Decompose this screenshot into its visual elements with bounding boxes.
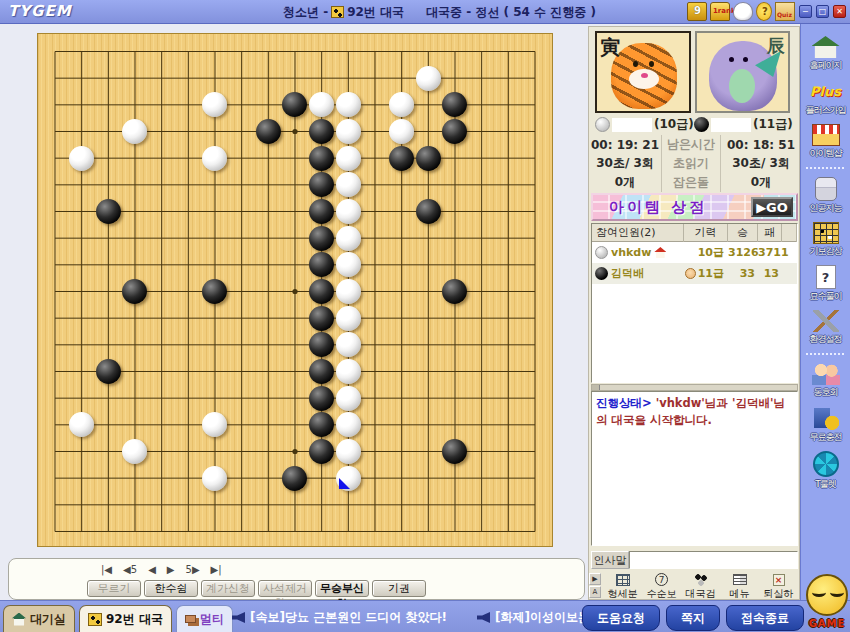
white-stone <box>202 92 227 117</box>
sidebar-item-club[interactable]: 동호회 <box>806 363 846 399</box>
black-stone <box>309 412 334 437</box>
participants-header: 참여인원(2) 기력 승 패 <box>592 224 797 242</box>
participants-table: 참여인원(2) 기력 승 패 vhkdw 10급 3126 3711 <box>591 223 798 383</box>
white-stone <box>336 306 361 331</box>
chat-status-prefix: 진행상태> <box>596 396 652 410</box>
black-stone <box>416 199 441 224</box>
participant-wins: 33 <box>728 267 758 280</box>
sidebar-item-label: 묘수풀이 <box>806 290 846 303</box>
action-buttons: 무르기한수쉼계가신청사석제거취소무승부신청기권 <box>87 580 426 597</box>
black-stone <box>309 199 334 224</box>
participant-name: 김덕배 <box>611 266 644 281</box>
sidebar-item-shop[interactable]: 아이템샵 <box>806 124 846 160</box>
item-shop-banner[interactable]: 아이템 상점 ▶GO <box>591 193 798 221</box>
action-undo[interactable]: 무르기 <box>87 580 141 597</box>
black-stone-icon <box>694 117 709 132</box>
game-status: 대국중 - 정선 ( 54 수 진행중 ) <box>426 5 596 19</box>
grid-icon <box>616 574 630 586</box>
greeting-row: 인사말 <box>591 551 798 569</box>
white-stone <box>309 92 334 117</box>
sidebar-item-home[interactable]: 홈페이지 <box>806 36 846 72</box>
nav-last[interactable]: ▶| <box>211 564 222 575</box>
sidebar-item-plus[interactable]: Plus플러스가입 <box>806 79 846 117</box>
club-icon <box>812 363 840 385</box>
game-logo-text: GAME <box>804 618 850 629</box>
black-stone <box>309 306 334 331</box>
dragon-zodiac-hanja: 辰 <box>767 34 785 58</box>
toolbar-leave[interactable]: ×퇴실하기 <box>759 571 798 601</box>
toolbar-menu[interactable]: 메뉴 <box>720 571 759 601</box>
nav-forward-5[interactable]: 5▶ <box>186 564 200 575</box>
tab-waiting-room[interactable]: 대기실 <box>3 605 75 632</box>
shop-icon <box>812 124 840 146</box>
help-request-button[interactable]: 도움요청 <box>582 605 660 631</box>
chat-input[interactable] <box>629 551 798 569</box>
action-draw-request[interactable]: 무승부신청 <box>315 580 369 597</box>
board-icon <box>331 6 344 18</box>
white-stone <box>69 412 94 437</box>
title-bar: TYGEM 청소년 -92번 대국대국중 - 정선 ( 54 수 진행중 ) 9… <box>0 0 850 24</box>
white-stone <box>122 439 147 464</box>
home-tab-icon <box>12 613 26 626</box>
menu-icon <box>733 574 747 585</box>
tab-label: 대기실 <box>30 611 66 628</box>
white-stone <box>336 332 361 357</box>
white-stone <box>416 66 441 91</box>
sidebar-item-label: 환경설정 <box>806 333 846 346</box>
action-pass[interactable]: 한수쉼 <box>144 580 198 597</box>
rank-podium-icon[interactable]: 9 <box>687 2 707 21</box>
quick-menu-sidebar: 홈페이지Plus플러스가입아이템샵인공지능기보감상?묘수풀이환경설정동호회무료충… <box>800 24 850 600</box>
white-stone <box>202 466 227 491</box>
megaphone-icon <box>477 612 490 623</box>
multi-tab-icon <box>185 615 196 623</box>
action-count-request[interactable]: 계가신청 <box>201 580 255 597</box>
sidebar-item-label: 홈페이지 <box>806 59 846 72</box>
sidebar-divider <box>806 353 844 355</box>
panel-splitter[interactable] <box>591 384 798 391</box>
black-stone <box>442 92 467 117</box>
tygem-game-window: TYGEM 청소년 -92번 대국대국중 - 정선 ( 54 수 진행중 ) 9… <box>0 0 850 632</box>
greeting-button[interactable]: 인사말 <box>591 551 629 569</box>
toolbar-label: 메뉴 <box>720 587 759 601</box>
white-stone <box>336 439 361 464</box>
black-stone <box>309 226 334 251</box>
black-captures: 0개 <box>721 174 801 191</box>
sidebar-item-tsumego[interactable]: ?묘수풀이 <box>806 265 846 303</box>
sidebar-item-roulette[interactable]: T룰렛 <box>806 451 846 491</box>
white-player-name <box>612 118 652 132</box>
black-stone <box>122 279 147 304</box>
white-stone <box>336 466 361 491</box>
participant-losses: 3711 <box>758 246 782 259</box>
participant-row-white[interactable]: vhkdw 10급 3126 3711 <box>592 242 797 263</box>
note-button[interactable]: 쪽지 <box>666 605 720 631</box>
black-stone <box>442 279 467 304</box>
news-ticker-text: [속보]당뇨 근본원인 드디어 찾았다! <box>250 609 447 626</box>
toolbar-analysis[interactable]: 형세분석 <box>603 571 642 601</box>
participant-name: vhkdw <box>611 246 651 259</box>
black-stone <box>309 146 334 171</box>
black-stone <box>96 199 121 224</box>
sidebar-item-label: 무료충전 <box>806 431 846 444</box>
mini-button-1[interactable]: A <box>589 586 601 598</box>
charge-icon <box>812 406 840 430</box>
roulette-icon <box>813 451 839 477</box>
white-stone <box>336 359 361 384</box>
black-stone <box>309 359 334 384</box>
sidebar-divider <box>806 167 844 169</box>
rank-trophy-icon[interactable]: 1rank <box>710 2 730 21</box>
black-player-name <box>711 118 751 132</box>
black-stone <box>309 279 334 304</box>
white-stone <box>122 119 147 144</box>
tab-label: 멀티 <box>200 611 224 628</box>
taskbar-tabs: 대기실92번 대국멀티 <box>3 605 233 632</box>
white-time: 00: 19: 21 <box>589 138 661 152</box>
black-stone <box>442 119 467 144</box>
header-rank: 기력 <box>684 224 728 242</box>
time-label: 남은시간 <box>661 135 721 154</box>
black-stone <box>256 119 281 144</box>
header-wins: 승 <box>728 224 758 242</box>
sidebar-item-charge[interactable]: 무료충전 <box>806 406 846 444</box>
game-smiley-icon[interactable]: GAME <box>804 574 850 632</box>
nav-back-5[interactable]: ◀5 <box>123 564 137 575</box>
sidebar-item-ai[interactable]: 인공지능 <box>806 177 846 215</box>
ai-icon <box>815 177 837 201</box>
tab-game-room[interactable]: 92번 대국 <box>79 605 172 632</box>
white-byoyomi: 30초/ 3회 <box>589 155 661 172</box>
exit-icon: × <box>773 574 785 586</box>
white-captures: 0개 <box>589 174 661 191</box>
black-stone <box>309 386 334 411</box>
sidebar-item-tools[interactable]: 환경설정 <box>806 310 846 346</box>
white-stone <box>336 119 361 144</box>
black-time: 00: 18: 51 <box>721 138 801 152</box>
white-stone <box>336 92 361 117</box>
maximize-button[interactable]: □ <box>816 5 829 18</box>
disconnect-button[interactable]: 접속종료 <box>726 605 804 631</box>
nav-back[interactable]: ◀ <box>148 564 156 575</box>
last-move-marker <box>339 478 350 489</box>
black-player-rank: (11급) <box>753 116 793 133</box>
black-stone <box>309 439 334 464</box>
black-stone <box>416 146 441 171</box>
room-name: 92번 대국 <box>347 5 404 19</box>
game-info-panel: 寅 辰 (10급) (11급) <box>588 26 800 600</box>
white-stone <box>336 386 361 411</box>
action-resign[interactable]: 기권 <box>372 580 426 597</box>
clock-panel: 00: 19: 21 남은시간 00: 18: 51 30초/ 3회 초읽기 3… <box>589 135 801 192</box>
stones-icon <box>694 574 708 586</box>
participant-rank: 11급 <box>698 266 724 281</box>
sidebar-item-gibo[interactable]: 기보감상 <box>806 222 846 258</box>
white-stone <box>336 252 361 277</box>
white-stone <box>336 226 361 251</box>
header-losses: 패 <box>758 224 782 242</box>
chat-log[interactable]: 진행상태> 'vhkdw'님과 '김덕배'님의 대국을 시작합니다. <box>591 391 798 546</box>
quiz-bulb-icon[interactable]: ? <box>756 2 772 21</box>
black-stone-icon <box>595 267 608 280</box>
white-stone <box>202 412 227 437</box>
white-stone <box>202 146 227 171</box>
participant-row-black[interactable]: 김덕배 11급 33 13 <box>592 263 797 284</box>
control-panel: |◀◀5◀▶5▶▶| 무르기한수쉼계가신청사석제거취소무승부신청기권 <box>8 558 585 600</box>
header-participants: 참여인원(2) <box>592 224 684 242</box>
taskbar: 대기실92번 대국멀티 [속보]당뇨 근본원인 드디어 찾았다![화제]이성이보… <box>0 600 850 632</box>
news-ticker: [속보]당뇨 근본원인 드디어 찾았다![화제]이성이보는 나의점: <box>232 609 635 626</box>
minimize-button[interactable]: ─ <box>799 5 812 18</box>
player-name-row: (10급) (11급) <box>589 116 801 134</box>
white-stone <box>389 92 414 117</box>
quiz-mail-icon[interactable]: Quiz <box>775 2 795 21</box>
item-shop-go-button[interactable]: ▶GO <box>751 197 793 217</box>
white-stone <box>389 119 414 144</box>
white-stone-icon <box>595 246 608 259</box>
tools-icon <box>813 310 839 332</box>
sidebar-item-label: 인공지능 <box>806 202 846 215</box>
gibo-icon <box>813 222 839 244</box>
toolbar-move-view[interactable]: 7수순보기 <box>642 571 681 601</box>
window-title: 청소년 -92번 대국대국중 - 정선 ( 54 수 진행중 ) <box>283 4 596 21</box>
byoyomi-label: 초읽기 <box>661 154 721 173</box>
tab-label: 92번 대국 <box>106 611 163 628</box>
mouse-character-icon[interactable] <box>733 2 753 21</box>
black-stone <box>309 172 334 197</box>
home-icon <box>812 36 840 58</box>
mini-buttons: ▶A <box>589 571 603 601</box>
sidebar-item-label: 아이템샵 <box>806 147 846 160</box>
nav-forward[interactable]: ▶ <box>167 564 175 575</box>
participant-wins: 3126 <box>728 246 758 259</box>
titlebar-tray: 9 1rank ? Quiz ─ □ ✕ <box>687 2 846 21</box>
black-stone <box>309 252 334 277</box>
sidebar-item-label: 동호회 <box>806 386 846 399</box>
black-stone <box>442 439 467 464</box>
sidebar-item-label: 기보감상 <box>806 245 846 258</box>
black-stone <box>282 92 307 117</box>
white-player-avatar: 寅 <box>595 31 691 113</box>
close-button[interactable]: ✕ <box>833 5 846 18</box>
news-ticker-item[interactable]: [속보]당뇨 근본원인 드디어 찾았다! <box>232 609 447 626</box>
goban-stones <box>38 34 554 548</box>
tsumego-icon: ? <box>816 265 836 289</box>
black-player-avatar: 辰 <box>695 31 790 113</box>
black-stone <box>309 332 334 357</box>
action-dead-stone-cancel[interactable]: 사석제거취소 <box>258 580 312 597</box>
room-category: 청소년 - <box>283 5 328 19</box>
house-icon <box>654 247 666 258</box>
goban[interactable] <box>37 33 553 547</box>
black-byoyomi: 30초/ 3회 <box>721 155 801 172</box>
black-stone <box>96 359 121 384</box>
black-stone <box>202 279 227 304</box>
tiger-avatar-art <box>611 43 677 109</box>
white-stone <box>336 199 361 224</box>
seven-icon: 7 <box>655 573 668 586</box>
black-stone <box>282 466 307 491</box>
sidebar-item-label: 플러스가입 <box>806 104 846 117</box>
black-stone <box>389 146 414 171</box>
item-shop-title: 아이템 상점 <box>609 198 707 217</box>
white-stone <box>336 279 361 304</box>
megaphone-icon <box>232 612 245 623</box>
white-stone <box>69 146 94 171</box>
board-tab-icon <box>88 613 102 626</box>
move-navigation: |◀◀5◀▶5▶▶| <box>101 564 222 575</box>
plus-icon: Plus <box>812 79 840 103</box>
mini-button-0[interactable]: ▶ <box>589 573 601 585</box>
captures-label: 잡은돌 <box>661 173 721 192</box>
white-stone <box>336 146 361 171</box>
white-stone <box>336 412 361 437</box>
bottom-toolbar: ▶A 형세분석7수순보기대국검토메뉴×퇴실하기 <box>589 571 801 601</box>
tygem-logo: TYGEM <box>8 2 72 20</box>
black-stone <box>309 119 334 144</box>
taskbar-buttons: 도움요청쪽지접속종료 <box>582 605 804 631</box>
white-stone <box>336 172 361 197</box>
white-stone-icon <box>595 117 610 132</box>
participant-rank: 10급 <box>698 245 724 260</box>
nav-first[interactable]: |◀ <box>101 564 112 575</box>
white-player-rank: (10급) <box>654 116 694 133</box>
participant-losses: 13 <box>758 267 782 280</box>
tab-multi[interactable]: 멀티 <box>176 605 233 632</box>
sidebar-item-label: T룰렛 <box>806 478 846 491</box>
tiger-zodiac-hanja: 寅 <box>600 34 620 61</box>
smiley-face <box>806 574 848 616</box>
face-icon <box>685 268 696 279</box>
toolbar-review[interactable]: 대국검토 <box>681 571 720 601</box>
